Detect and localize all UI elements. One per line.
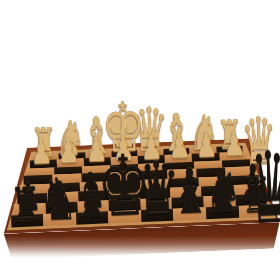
photo-fade [0, 0, 280, 280]
product-photo: ♜♞♝♛♚♝♞♜♟♟♟♟♟♟♟♟♟♟♟♟♟♟♟♟♜♞♝♛♚♝♞♜♛♛ [0, 0, 280, 280]
